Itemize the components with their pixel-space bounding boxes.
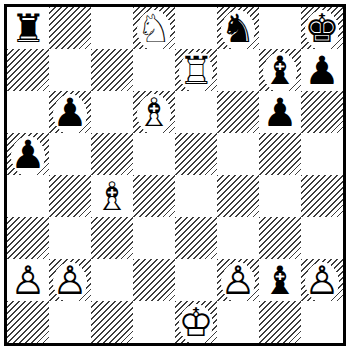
square-b2[interactable]: ♙ <box>49 259 91 301</box>
black-pawn[interactable]: ♟ <box>259 91 301 133</box>
square-g2[interactable]: ♝ <box>259 259 301 301</box>
square-f7[interactable] <box>217 49 259 91</box>
square-e7[interactable]: ♖ <box>175 49 217 91</box>
square-c6[interactable] <box>91 91 133 133</box>
square-b4[interactable] <box>49 175 91 217</box>
square-g5[interactable] <box>259 133 301 175</box>
square-e5[interactable] <box>175 133 217 175</box>
white-rook[interactable]: ♖ <box>175 49 217 91</box>
square-h6[interactable] <box>301 91 343 133</box>
square-g3[interactable] <box>259 217 301 259</box>
square-d4[interactable] <box>133 175 175 217</box>
square-f4[interactable] <box>217 175 259 217</box>
square-d7[interactable] <box>133 49 175 91</box>
square-a2[interactable]: ♙ <box>7 259 49 301</box>
square-a1[interactable] <box>7 301 49 343</box>
black-pawn[interactable]: ♟ <box>301 49 343 91</box>
square-e8[interactable] <box>175 7 217 49</box>
white-bishop[interactable]: ♗ <box>133 91 175 133</box>
black-rook[interactable]: ♜ <box>7 7 49 49</box>
square-b6[interactable]: ♟ <box>49 91 91 133</box>
square-g7[interactable]: ♝ <box>259 49 301 91</box>
square-b8[interactable] <box>49 7 91 49</box>
chess-board: ♜♘♞♚♖♝♟♟♗♟♟♗♙♙♙♝♙♔ <box>7 7 343 343</box>
square-b7[interactable] <box>49 49 91 91</box>
square-c5[interactable] <box>91 133 133 175</box>
square-d5[interactable] <box>133 133 175 175</box>
white-pawn[interactable]: ♙ <box>217 259 259 301</box>
square-c3[interactable] <box>91 217 133 259</box>
white-knight[interactable]: ♘ <box>133 7 175 49</box>
black-bishop[interactable]: ♝ <box>259 259 301 301</box>
square-c7[interactable] <box>91 49 133 91</box>
square-d6[interactable]: ♗ <box>133 91 175 133</box>
square-b1[interactable] <box>49 301 91 343</box>
white-pawn[interactable]: ♙ <box>7 259 49 301</box>
square-f1[interactable] <box>217 301 259 343</box>
white-pawn[interactable]: ♙ <box>301 259 343 301</box>
square-f8[interactable]: ♞ <box>217 7 259 49</box>
square-a3[interactable] <box>7 217 49 259</box>
square-g1[interactable] <box>259 301 301 343</box>
square-c2[interactable] <box>91 259 133 301</box>
square-a6[interactable] <box>7 91 49 133</box>
square-c4[interactable]: ♗ <box>91 175 133 217</box>
square-f6[interactable] <box>217 91 259 133</box>
square-e4[interactable] <box>175 175 217 217</box>
square-b5[interactable] <box>49 133 91 175</box>
square-d3[interactable] <box>133 217 175 259</box>
square-a5[interactable]: ♟ <box>7 133 49 175</box>
square-e3[interactable] <box>175 217 217 259</box>
black-bishop[interactable]: ♝ <box>259 49 301 91</box>
square-f3[interactable] <box>217 217 259 259</box>
square-c8[interactable] <box>91 7 133 49</box>
square-f2[interactable]: ♙ <box>217 259 259 301</box>
square-h2[interactable]: ♙ <box>301 259 343 301</box>
square-a7[interactable] <box>7 49 49 91</box>
square-h8[interactable]: ♚ <box>301 7 343 49</box>
square-b3[interactable] <box>49 217 91 259</box>
white-king[interactable]: ♔ <box>175 301 217 343</box>
square-a4[interactable] <box>7 175 49 217</box>
square-d8[interactable]: ♘ <box>133 7 175 49</box>
square-c1[interactable] <box>91 301 133 343</box>
board-frame: ♜♘♞♚♖♝♟♟♗♟♟♗♙♙♙♝♙♔ <box>4 4 346 346</box>
square-d2[interactable] <box>133 259 175 301</box>
black-king[interactable]: ♚ <box>301 7 343 49</box>
square-h4[interactable] <box>301 175 343 217</box>
square-f5[interactable] <box>217 133 259 175</box>
square-g6[interactable]: ♟ <box>259 91 301 133</box>
square-h3[interactable] <box>301 217 343 259</box>
square-e6[interactable] <box>175 91 217 133</box>
square-h5[interactable] <box>301 133 343 175</box>
black-pawn[interactable]: ♟ <box>49 91 91 133</box>
square-g8[interactable] <box>259 7 301 49</box>
square-h7[interactable]: ♟ <box>301 49 343 91</box>
white-pawn[interactable]: ♙ <box>49 259 91 301</box>
square-d1[interactable] <box>133 301 175 343</box>
square-e2[interactable] <box>175 259 217 301</box>
white-bishop[interactable]: ♗ <box>91 175 133 217</box>
square-g4[interactable] <box>259 175 301 217</box>
square-a8[interactable]: ♜ <box>7 7 49 49</box>
square-h1[interactable] <box>301 301 343 343</box>
square-e1[interactable]: ♔ <box>175 301 217 343</box>
black-knight[interactable]: ♞ <box>217 7 259 49</box>
black-pawn[interactable]: ♟ <box>7 133 49 175</box>
